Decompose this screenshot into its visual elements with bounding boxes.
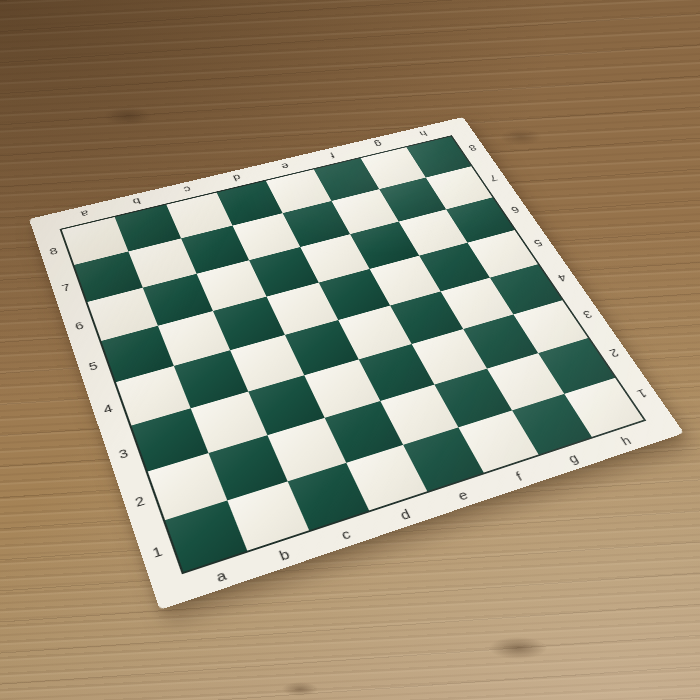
- board-shadow-wrapper: abcdefgh abcdefgh 87654321 87654321: [0, 0, 700, 700]
- chess-board-mat: abcdefgh abcdefgh 87654321 87654321: [29, 117, 684, 610]
